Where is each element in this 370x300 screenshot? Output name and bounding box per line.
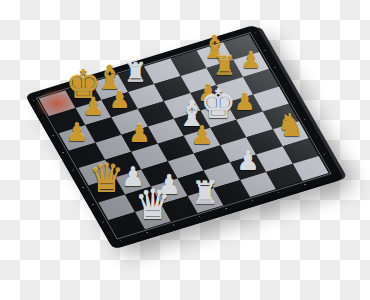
board-grid — [39, 34, 329, 237]
chess-board — [25, 25, 342, 247]
photo-background: ♚♝♝♜♟♟♟♟♟♟♟♟♛♞♜♝♚♟♟♟♛♜ — [0, 0, 370, 300]
